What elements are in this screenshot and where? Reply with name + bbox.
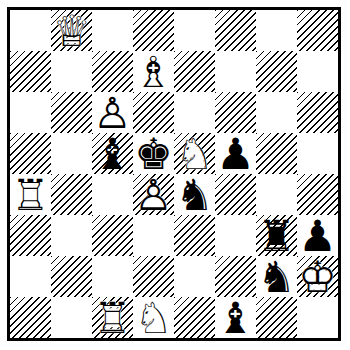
square-a8[interactable] — [10, 10, 51, 51]
square-h2[interactable]: ♚♔ — [297, 256, 338, 297]
square-d7[interactable]: ♝♗ — [133, 51, 174, 92]
square-d3[interactable] — [133, 215, 174, 256]
black-bishop: ♝ — [215, 297, 256, 338]
square-a4[interactable]: ♜♖ — [10, 174, 51, 215]
white-rook: ♜♖ — [10, 174, 51, 215]
square-g4[interactable] — [256, 174, 297, 215]
white-knight: ♞♘ — [174, 133, 215, 174]
black-rook-glyph: ♜ — [256, 215, 297, 256]
square-d5[interactable]: ♚ — [133, 133, 174, 174]
square-f6[interactable] — [215, 92, 256, 133]
square-f5[interactable]: ♟ — [215, 133, 256, 174]
square-b6[interactable] — [51, 92, 92, 133]
square-e1[interactable] — [174, 297, 215, 338]
square-f3[interactable] — [215, 215, 256, 256]
white-bishop-glyph: ♗ — [133, 51, 174, 92]
square-e3[interactable] — [174, 215, 215, 256]
square-d6[interactable] — [133, 92, 174, 133]
black-knight: ♞ — [256, 256, 297, 297]
square-a2[interactable] — [10, 256, 51, 297]
white-pawn-fill: ♟ — [133, 174, 174, 215]
black-knight: ♞ — [174, 174, 215, 215]
white-king-glyph: ♔ — [297, 256, 338, 297]
white-bishop: ♝♗ — [133, 51, 174, 92]
chess-board: ♛♕♝♗♟♙♝♚♞♘♟♜♖♟♙♞♜♟♞♚♔♜♖♞♘♝ — [10, 10, 338, 338]
square-h8[interactable] — [297, 10, 338, 51]
square-h3[interactable]: ♟ — [297, 215, 338, 256]
square-g6[interactable] — [256, 92, 297, 133]
square-g8[interactable] — [256, 10, 297, 51]
black-knight-glyph: ♞ — [174, 174, 215, 215]
square-g3[interactable]: ♜ — [256, 215, 297, 256]
black-bishop: ♝ — [92, 133, 133, 174]
white-bishop-fill: ♝ — [133, 51, 174, 92]
square-f4[interactable] — [215, 174, 256, 215]
square-a3[interactable] — [10, 215, 51, 256]
white-rook: ♜♖ — [92, 297, 133, 338]
chess-board-frame: ♛♕♝♗♟♙♝♚♞♘♟♜♖♟♙♞♜♟♞♚♔♜♖♞♘♝ — [7, 7, 341, 341]
square-a5[interactable] — [10, 133, 51, 174]
white-queen: ♛♕ — [51, 10, 92, 51]
square-h5[interactable] — [297, 133, 338, 174]
white-pawn-fill: ♟ — [92, 92, 133, 133]
square-c1[interactable]: ♜♖ — [92, 297, 133, 338]
square-b3[interactable] — [51, 215, 92, 256]
black-rook: ♜ — [256, 215, 297, 256]
white-knight: ♞♘ — [133, 297, 174, 338]
square-h1[interactable] — [297, 297, 338, 338]
square-c5[interactable]: ♝ — [92, 133, 133, 174]
square-e6[interactable] — [174, 92, 215, 133]
square-f1[interactable]: ♝ — [215, 297, 256, 338]
white-pawn: ♟♙ — [133, 174, 174, 215]
square-b5[interactable] — [51, 133, 92, 174]
square-e2[interactable] — [174, 256, 215, 297]
black-bishop-glyph: ♝ — [92, 133, 133, 174]
square-c7[interactable] — [92, 51, 133, 92]
white-pawn-glyph: ♙ — [133, 174, 174, 215]
black-pawn: ♟ — [297, 215, 338, 256]
black-king-glyph: ♚ — [133, 133, 174, 174]
black-pawn: ♟ — [215, 133, 256, 174]
square-g7[interactable] — [256, 51, 297, 92]
square-b7[interactable] — [51, 51, 92, 92]
white-pawn: ♟♙ — [92, 92, 133, 133]
square-d1[interactable]: ♞♘ — [133, 297, 174, 338]
white-queen-fill: ♛ — [51, 10, 92, 51]
square-e7[interactable] — [174, 51, 215, 92]
square-b4[interactable] — [51, 174, 92, 215]
white-rook-fill: ♜ — [10, 174, 51, 215]
white-rook-glyph: ♖ — [92, 297, 133, 338]
white-rook-fill: ♜ — [92, 297, 133, 338]
white-king-fill: ♚ — [297, 256, 338, 297]
white-knight-fill: ♞ — [174, 133, 215, 174]
white-knight-fill: ♞ — [133, 297, 174, 338]
square-c2[interactable] — [92, 256, 133, 297]
square-d4[interactable]: ♟♙ — [133, 174, 174, 215]
white-knight-glyph: ♘ — [174, 133, 215, 174]
white-knight-glyph: ♘ — [133, 297, 174, 338]
square-g1[interactable] — [256, 297, 297, 338]
black-king: ♚ — [133, 133, 174, 174]
square-a1[interactable] — [10, 297, 51, 338]
square-c6[interactable]: ♟♙ — [92, 92, 133, 133]
square-h6[interactable] — [297, 92, 338, 133]
square-c8[interactable] — [92, 10, 133, 51]
square-e8[interactable] — [174, 10, 215, 51]
square-a7[interactable] — [10, 51, 51, 92]
square-a6[interactable] — [10, 92, 51, 133]
square-h4[interactable] — [297, 174, 338, 215]
square-e5[interactable]: ♞♘ — [174, 133, 215, 174]
square-b8[interactable]: ♛♕ — [51, 10, 92, 51]
square-f8[interactable] — [215, 10, 256, 51]
square-e4[interactable]: ♞ — [174, 174, 215, 215]
square-d8[interactable] — [133, 10, 174, 51]
square-b1[interactable] — [51, 297, 92, 338]
square-d2[interactable] — [133, 256, 174, 297]
square-f2[interactable] — [215, 256, 256, 297]
square-c4[interactable] — [92, 174, 133, 215]
square-g2[interactable]: ♞ — [256, 256, 297, 297]
square-h7[interactable] — [297, 51, 338, 92]
square-b2[interactable] — [51, 256, 92, 297]
square-c3[interactable] — [92, 215, 133, 256]
white-rook-glyph: ♖ — [10, 174, 51, 215]
black-knight-glyph: ♞ — [256, 256, 297, 297]
square-g5[interactable] — [256, 133, 297, 174]
black-bishop-glyph: ♝ — [215, 297, 256, 338]
black-pawn-glyph: ♟ — [297, 215, 338, 256]
black-pawn-glyph: ♟ — [215, 133, 256, 174]
white-pawn-glyph: ♙ — [92, 92, 133, 133]
white-queen-glyph: ♕ — [51, 10, 92, 51]
white-king: ♚♔ — [297, 256, 338, 297]
square-f7[interactable] — [215, 51, 256, 92]
